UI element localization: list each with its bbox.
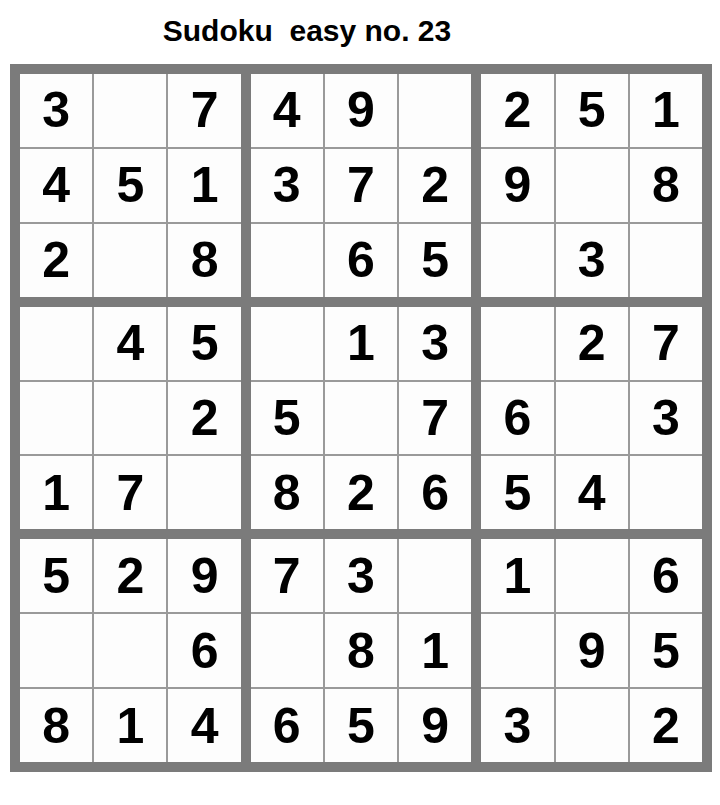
box-2-1: 45217 <box>20 307 241 530</box>
cell-r6c8[interactable]: 4 <box>556 456 628 529</box>
cell-r9c5[interactable]: 5 <box>325 689 397 762</box>
cell-r4c7[interactable] <box>481 307 553 380</box>
cell-r9c2[interactable]: 1 <box>94 689 166 762</box>
cell-r7c5[interactable]: 3 <box>325 539 397 612</box>
cell-r8c9[interactable]: 5 <box>630 614 702 687</box>
cell-r7c4[interactable]: 7 <box>251 539 323 612</box>
cell-r8c7[interactable] <box>481 614 553 687</box>
cell-r3c9[interactable] <box>630 224 702 297</box>
box-1-2: 4937265 <box>251 74 472 297</box>
cell-r5c9[interactable]: 3 <box>630 382 702 455</box>
cell-r3c4[interactable] <box>251 224 323 297</box>
cell-r6c1[interactable]: 1 <box>20 456 92 529</box>
cell-r6c2[interactable]: 7 <box>94 456 166 529</box>
cell-r3c2[interactable] <box>94 224 166 297</box>
cell-r1c7[interactable]: 2 <box>481 74 553 147</box>
cell-r6c7[interactable]: 5 <box>481 456 553 529</box>
cell-r1c8[interactable]: 5 <box>556 74 628 147</box>
cell-r8c3[interactable]: 6 <box>168 614 240 687</box>
cell-r3c5[interactable]: 6 <box>325 224 397 297</box>
cell-r3c1[interactable]: 2 <box>20 224 92 297</box>
cell-r5c3[interactable]: 2 <box>168 382 240 455</box>
cell-r3c3[interactable]: 8 <box>168 224 240 297</box>
cell-r9c3[interactable]: 4 <box>168 689 240 762</box>
cell-r4c8[interactable]: 2 <box>556 307 628 380</box>
cell-r8c4[interactable] <box>251 614 323 687</box>
box-2-2: 1357826 <box>251 307 472 530</box>
cell-r9c6[interactable]: 9 <box>399 689 471 762</box>
cell-r5c2[interactable] <box>94 382 166 455</box>
cell-r7c9[interactable]: 6 <box>630 539 702 612</box>
cell-r7c7[interactable]: 1 <box>481 539 553 612</box>
cell-r3c6[interactable]: 5 <box>399 224 471 297</box>
cell-r6c9[interactable] <box>630 456 702 529</box>
cell-r9c7[interactable]: 3 <box>481 689 553 762</box>
cell-r8c8[interactable]: 9 <box>556 614 628 687</box>
cell-r4c4[interactable] <box>251 307 323 380</box>
cell-r7c8[interactable] <box>556 539 628 612</box>
cell-r1c3[interactable]: 7 <box>168 74 240 147</box>
cell-r6c3[interactable] <box>168 456 240 529</box>
cell-r1c9[interactable]: 1 <box>630 74 702 147</box>
cell-r2c4[interactable]: 3 <box>251 149 323 222</box>
box-3-1: 5296814 <box>20 539 241 762</box>
cell-r2c1[interactable]: 4 <box>20 149 92 222</box>
cell-r4c3[interactable]: 5 <box>168 307 240 380</box>
cell-r9c8[interactable] <box>556 689 628 762</box>
cell-r4c9[interactable]: 7 <box>630 307 702 380</box>
cell-r9c9[interactable]: 2 <box>630 689 702 762</box>
cell-r7c6[interactable] <box>399 539 471 612</box>
cell-r2c6[interactable]: 2 <box>399 149 471 222</box>
cell-r4c1[interactable] <box>20 307 92 380</box>
cell-r2c9[interactable]: 8 <box>630 149 702 222</box>
cell-r9c1[interactable]: 8 <box>20 689 92 762</box>
cell-r3c7[interactable] <box>481 224 553 297</box>
cell-r6c4[interactable]: 8 <box>251 456 323 529</box>
cell-r3c8[interactable]: 3 <box>556 224 628 297</box>
box-1-3: 251983 <box>481 74 702 297</box>
cell-r7c3[interactable]: 9 <box>168 539 240 612</box>
cell-r5c8[interactable] <box>556 382 628 455</box>
cell-r2c7[interactable]: 9 <box>481 149 553 222</box>
sudoku-board: 3745128493726525198345217135782627635452… <box>10 64 712 772</box>
cell-r8c2[interactable] <box>94 614 166 687</box>
box-2-3: 276354 <box>481 307 702 530</box>
cell-r5c6[interactable]: 7 <box>399 382 471 455</box>
cell-r7c2[interactable]: 2 <box>94 539 166 612</box>
cell-r4c2[interactable]: 4 <box>94 307 166 380</box>
box-1-1: 3745128 <box>20 74 241 297</box>
cell-r6c5[interactable]: 2 <box>325 456 397 529</box>
cell-r2c5[interactable]: 7 <box>325 149 397 222</box>
cell-r5c1[interactable] <box>20 382 92 455</box>
cell-r4c6[interactable]: 3 <box>399 307 471 380</box>
box-3-3: 169532 <box>481 539 702 762</box>
cell-r1c1[interactable]: 3 <box>20 74 92 147</box>
cell-r5c4[interactable]: 5 <box>251 382 323 455</box>
cell-r1c6[interactable] <box>399 74 471 147</box>
box-3-2: 7381659 <box>251 539 472 762</box>
cell-r1c5[interactable]: 9 <box>325 74 397 147</box>
cell-r1c4[interactable]: 4 <box>251 74 323 147</box>
cell-r5c7[interactable]: 6 <box>481 382 553 455</box>
cell-r9c4[interactable]: 6 <box>251 689 323 762</box>
cell-r8c5[interactable]: 8 <box>325 614 397 687</box>
cell-r1c2[interactable] <box>94 74 166 147</box>
cell-r5c5[interactable] <box>325 382 397 455</box>
cell-r8c1[interactable] <box>20 614 92 687</box>
cell-r2c2[interactable]: 5 <box>94 149 166 222</box>
cell-r4c5[interactable]: 1 <box>325 307 397 380</box>
cell-r7c1[interactable]: 5 <box>20 539 92 612</box>
cell-r8c6[interactable]: 1 <box>399 614 471 687</box>
cell-r2c8[interactable] <box>556 149 628 222</box>
cell-r6c6[interactable]: 6 <box>399 456 471 529</box>
page-title: Sudoku easy no. 23 <box>0 0 614 48</box>
cell-r2c3[interactable]: 1 <box>168 149 240 222</box>
